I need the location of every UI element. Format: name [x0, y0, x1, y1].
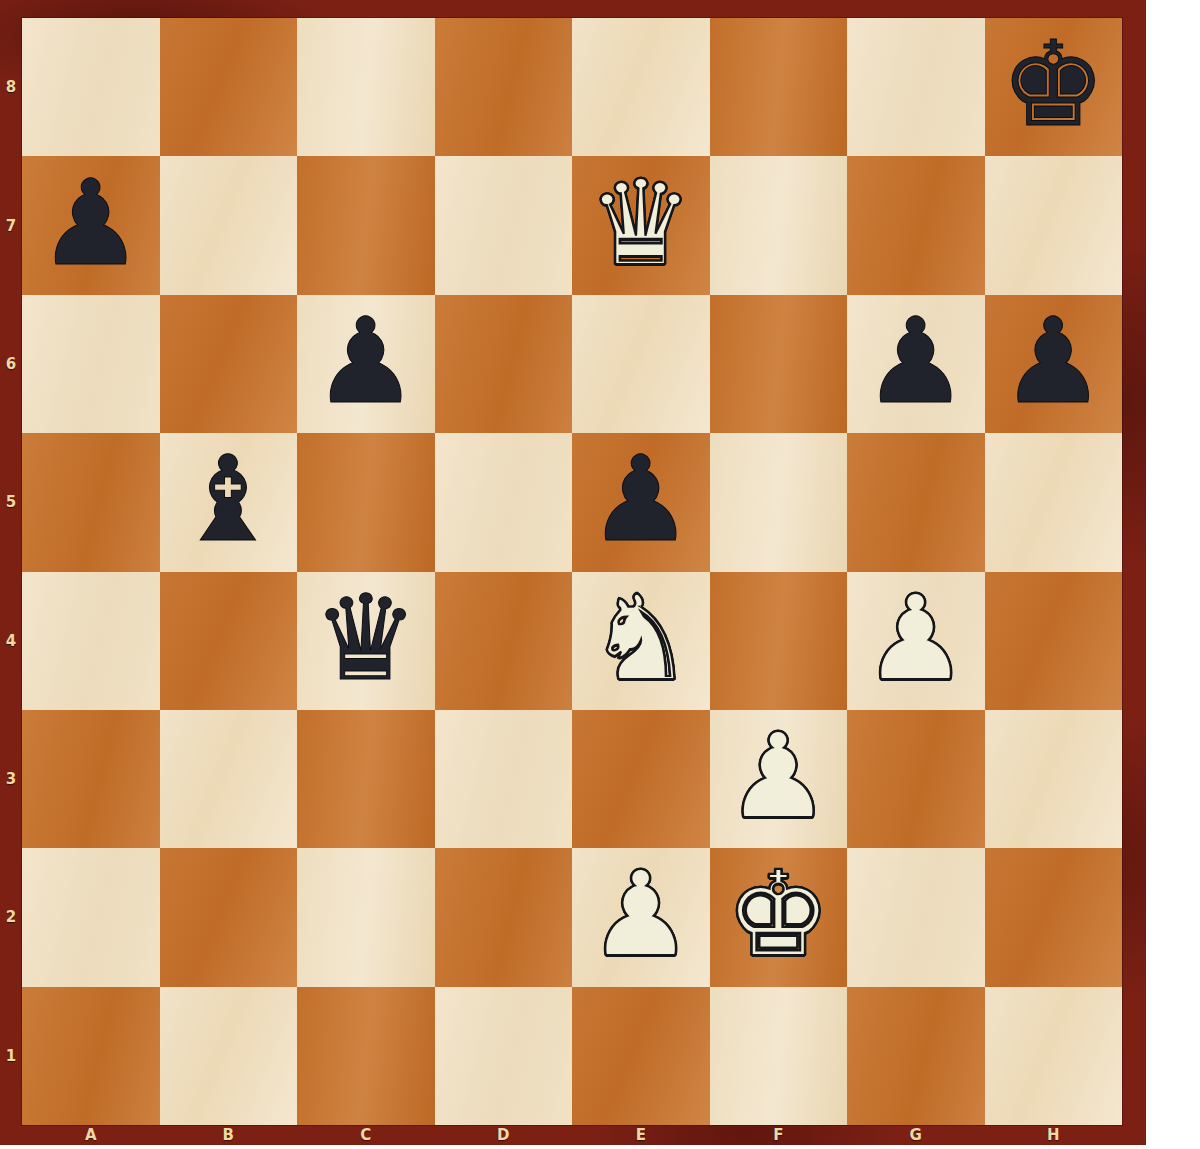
- square-d2[interactable]: [435, 848, 573, 986]
- square-d4[interactable]: [435, 572, 573, 710]
- chess-board: 87654321 ABCDEFGH ♚♟♛♟♟♟♝♟♛♞♟♟♟♚: [0, 0, 1146, 1145]
- square-b1[interactable]: [160, 987, 298, 1125]
- square-d5[interactable]: [435, 433, 573, 571]
- square-b6[interactable]: [160, 295, 298, 433]
- square-d7[interactable]: [435, 156, 573, 294]
- square-b2[interactable]: [160, 848, 298, 986]
- square-c6[interactable]: ♟: [297, 295, 435, 433]
- square-g5[interactable]: [847, 433, 985, 571]
- file-label-f: F: [710, 1125, 848, 1145]
- square-g7[interactable]: [847, 156, 985, 294]
- file-label-e: E: [572, 1125, 710, 1145]
- square-h1[interactable]: [985, 987, 1123, 1125]
- square-e5[interactable]: ♟: [572, 433, 710, 571]
- square-f1[interactable]: [710, 987, 848, 1125]
- rank-label-1: 1: [0, 987, 22, 1125]
- square-e7[interactable]: ♛: [572, 156, 710, 294]
- square-a1[interactable]: [22, 987, 160, 1125]
- piece-black-king-h8: ♚: [1000, 25, 1106, 143]
- square-c7[interactable]: [297, 156, 435, 294]
- square-f5[interactable]: [710, 433, 848, 571]
- square-c5[interactable]: [297, 433, 435, 571]
- square-a2[interactable]: [22, 848, 160, 986]
- file-label-g: G: [847, 1125, 985, 1145]
- rank-label-5: 5: [0, 433, 22, 571]
- square-e6[interactable]: [572, 295, 710, 433]
- square-a7[interactable]: ♟: [22, 156, 160, 294]
- square-h2[interactable]: [985, 848, 1123, 986]
- square-h7[interactable]: [985, 156, 1123, 294]
- square-d3[interactable]: [435, 710, 573, 848]
- square-f4[interactable]: [710, 572, 848, 710]
- rank-label-7: 7: [0, 156, 22, 294]
- square-c8[interactable]: [297, 18, 435, 156]
- square-g6[interactable]: ♟: [847, 295, 985, 433]
- square-a5[interactable]: [22, 433, 160, 571]
- square-a3[interactable]: [22, 710, 160, 848]
- square-f3[interactable]: ♟: [710, 710, 848, 848]
- square-b8[interactable]: [160, 18, 298, 156]
- square-f8[interactable]: [710, 18, 848, 156]
- piece-black-queen-c4: ♛: [313, 579, 419, 697]
- rank-label-4: 4: [0, 572, 22, 710]
- piece-black-pawn-c6: ♟: [313, 302, 419, 420]
- square-h3[interactable]: [985, 710, 1123, 848]
- file-label-b: B: [160, 1125, 298, 1145]
- square-e3[interactable]: [572, 710, 710, 848]
- square-d6[interactable]: [435, 295, 573, 433]
- piece-black-pawn-a7: ♟: [38, 164, 144, 282]
- file-labels: ABCDEFGH: [22, 1125, 1122, 1145]
- square-h4[interactable]: [985, 572, 1123, 710]
- piece-white-king-f2: ♚: [725, 855, 831, 973]
- board-grid: ♚♟♛♟♟♟♝♟♛♞♟♟♟♚: [22, 18, 1122, 1125]
- square-e8[interactable]: [572, 18, 710, 156]
- square-a8[interactable]: [22, 18, 160, 156]
- square-e1[interactable]: [572, 987, 710, 1125]
- file-label-a: A: [22, 1125, 160, 1145]
- square-g2[interactable]: [847, 848, 985, 986]
- file-label-d: D: [435, 1125, 573, 1145]
- piece-white-pawn-e2: ♟: [588, 855, 694, 973]
- file-label-h: H: [985, 1125, 1123, 1145]
- rank-label-6: 6: [0, 295, 22, 433]
- square-g3[interactable]: [847, 710, 985, 848]
- piece-black-pawn-h6: ♟: [1000, 302, 1106, 420]
- square-b7[interactable]: [160, 156, 298, 294]
- piece-black-bishop-b5: ♝: [175, 440, 281, 558]
- square-e2[interactable]: ♟: [572, 848, 710, 986]
- square-d1[interactable]: [435, 987, 573, 1125]
- square-a4[interactable]: [22, 572, 160, 710]
- square-g4[interactable]: ♟: [847, 572, 985, 710]
- piece-white-queen-e7: ♛: [588, 164, 694, 282]
- square-c3[interactable]: [297, 710, 435, 848]
- piece-white-pawn-f3: ♟: [725, 717, 831, 835]
- rank-label-2: 2: [0, 848, 22, 986]
- piece-black-pawn-e5: ♟: [588, 440, 694, 558]
- square-b5[interactable]: ♝: [160, 433, 298, 571]
- square-b4[interactable]: [160, 572, 298, 710]
- piece-white-pawn-g4: ♟: [863, 579, 969, 697]
- square-c1[interactable]: [297, 987, 435, 1125]
- square-f6[interactable]: [710, 295, 848, 433]
- piece-white-knight-e4: ♞: [588, 579, 694, 697]
- piece-black-pawn-g6: ♟: [863, 302, 969, 420]
- rank-labels: 87654321: [0, 18, 22, 1125]
- square-g8[interactable]: [847, 18, 985, 156]
- square-g1[interactable]: [847, 987, 985, 1125]
- square-c4[interactable]: ♛: [297, 572, 435, 710]
- square-a6[interactable]: [22, 295, 160, 433]
- square-b3[interactable]: [160, 710, 298, 848]
- square-f2[interactable]: ♚: [710, 848, 848, 986]
- square-e4[interactable]: ♞: [572, 572, 710, 710]
- rank-label-8: 8: [0, 18, 22, 156]
- square-d8[interactable]: [435, 18, 573, 156]
- page: 87654321 ABCDEFGH ♚♟♛♟♟♟♝♟♛♞♟♟♟♚: [0, 0, 1200, 1149]
- square-h5[interactable]: [985, 433, 1123, 571]
- square-h8[interactable]: ♚: [985, 18, 1123, 156]
- file-label-c: C: [297, 1125, 435, 1145]
- square-h6[interactable]: ♟: [985, 295, 1123, 433]
- square-f7[interactable]: [710, 156, 848, 294]
- rank-label-3: 3: [0, 710, 22, 848]
- square-c2[interactable]: [297, 848, 435, 986]
